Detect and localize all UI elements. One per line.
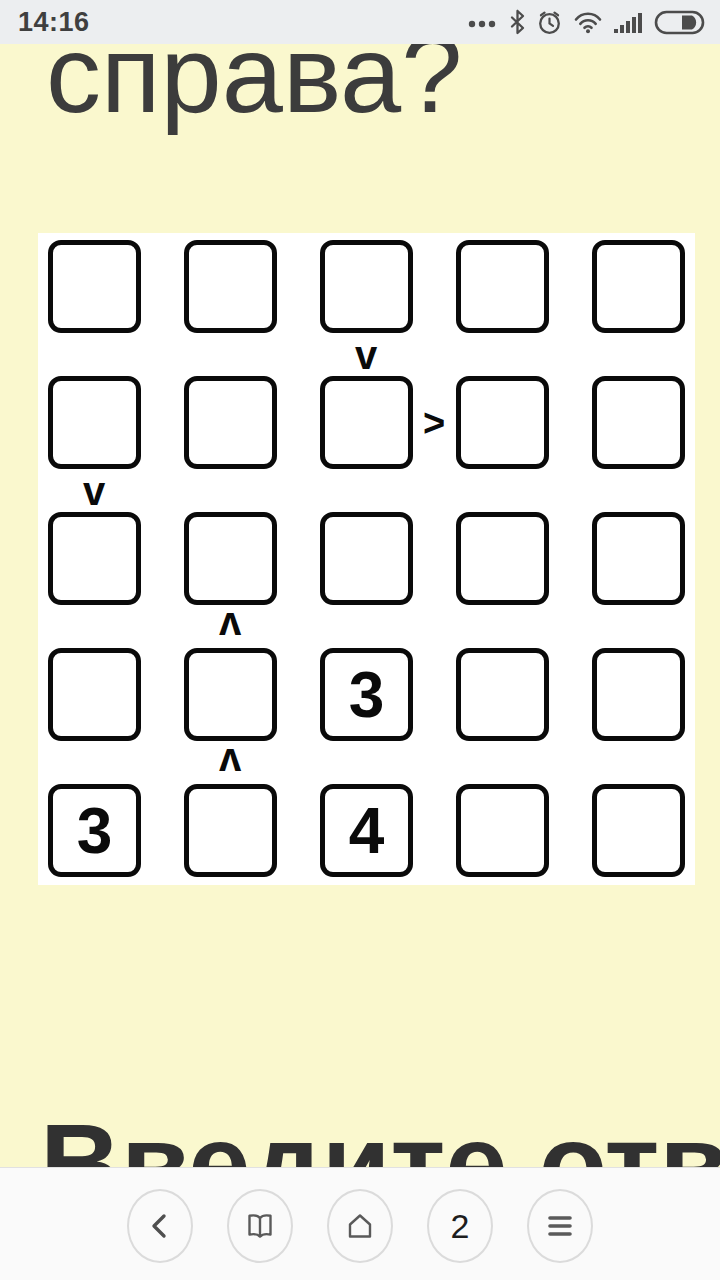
cell-r3c3 bbox=[320, 512, 413, 605]
more-dots-icon bbox=[467, 16, 499, 28]
inequality-sign-r2c1-gt-r3c1: v bbox=[74, 471, 114, 511]
cell-r4c2 bbox=[184, 648, 277, 741]
screen: 14:16 bbox=[0, 0, 720, 1280]
cell-r1c1 bbox=[48, 240, 141, 333]
cell-r5c3: 4 bbox=[320, 784, 413, 877]
cell-r2c1 bbox=[48, 376, 141, 469]
cell-r1c3 bbox=[320, 240, 413, 333]
browser-nav-bar: 2 bbox=[0, 1167, 720, 1280]
inequality-sign-r4c2-lt-r5c2: v bbox=[210, 743, 250, 783]
cell-r5c4 bbox=[456, 784, 549, 877]
cell-r2c2 bbox=[184, 376, 277, 469]
cell-r3c4 bbox=[456, 512, 549, 605]
battery-icon bbox=[654, 9, 706, 36]
cell-r1c5 bbox=[592, 240, 685, 333]
menu-button[interactable] bbox=[527, 1189, 593, 1263]
back-chevron-icon bbox=[145, 1210, 175, 1242]
cell-r3c1 bbox=[48, 512, 141, 605]
bookmarks-button[interactable] bbox=[227, 1189, 293, 1263]
tabs-button[interactable]: 2 bbox=[427, 1189, 493, 1263]
signal-icon bbox=[613, 10, 644, 35]
question-title: справа? bbox=[46, 44, 462, 129]
wifi-icon bbox=[573, 10, 603, 34]
cell-r5c1: 3 bbox=[48, 784, 141, 877]
cell-r1c2 bbox=[184, 240, 277, 333]
home-icon bbox=[344, 1210, 376, 1242]
alarm-icon bbox=[536, 9, 563, 36]
clock: 14:16 bbox=[18, 7, 90, 38]
cell-r2c4 bbox=[456, 376, 549, 469]
back-button[interactable] bbox=[127, 1189, 193, 1263]
cell-r5c5 bbox=[592, 784, 685, 877]
answer-prompt: Введите ответ bbox=[40, 1108, 720, 1167]
menu-icon bbox=[545, 1213, 575, 1239]
bluetooth-icon bbox=[509, 9, 526, 35]
cell-r4c4 bbox=[456, 648, 549, 741]
cell-r4c5 bbox=[592, 648, 685, 741]
cell-r4c3: 3 bbox=[320, 648, 413, 741]
futoshiki-board: 3 3 4 v > v v v bbox=[38, 233, 695, 885]
cell-r1c4 bbox=[456, 240, 549, 333]
cell-r4c1 bbox=[48, 648, 141, 741]
cell-r5c2 bbox=[184, 784, 277, 877]
status-bar: 14:16 bbox=[0, 0, 720, 44]
status-icons bbox=[467, 9, 706, 36]
cell-r3c2 bbox=[184, 512, 277, 605]
cell-r3c5 bbox=[592, 512, 685, 605]
page-content: справа? 3 bbox=[0, 44, 720, 1167]
cell-r2c3 bbox=[320, 376, 413, 469]
inequality-sign-r3c2-lt-r4c2: v bbox=[210, 607, 250, 647]
home-button[interactable] bbox=[327, 1189, 393, 1263]
cell-r2c5 bbox=[592, 376, 685, 469]
open-book-icon bbox=[244, 1210, 276, 1242]
inequality-sign-r1c3-gt-r2c3: v bbox=[346, 335, 386, 375]
inequality-sign-r2c3-gt-r2c4: > bbox=[414, 403, 454, 443]
tab-count: 2 bbox=[451, 1207, 470, 1246]
